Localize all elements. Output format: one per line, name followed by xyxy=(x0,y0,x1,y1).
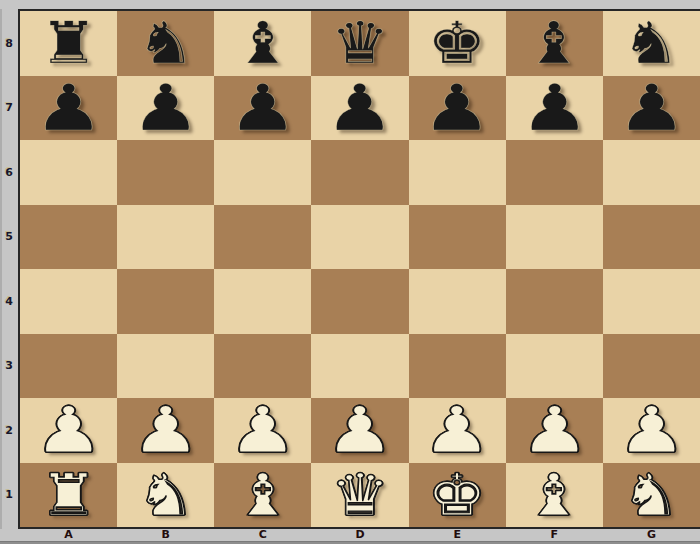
square-d2[interactable]: ♟ xyxy=(311,398,408,463)
piece-black-pawn[interactable]: ♟ xyxy=(34,76,104,141)
piece-black-queen[interactable]: ♛ xyxy=(330,11,389,76)
piece-black-pawn[interactable]: ♟ xyxy=(325,76,395,141)
rank-label-1: 1 xyxy=(0,463,18,528)
square-d8[interactable]: ♛ xyxy=(311,11,408,76)
piece-white-pawn[interactable]: ♟ xyxy=(616,398,686,463)
rank-label-2: 2 xyxy=(0,398,18,463)
piece-white-pawn[interactable]: ♟ xyxy=(422,398,492,463)
piece-white-knight[interactable]: ♞ xyxy=(136,463,195,528)
square-g4[interactable] xyxy=(603,269,700,334)
piece-black-pawn[interactable]: ♟ xyxy=(422,76,492,141)
square-c4[interactable] xyxy=(214,269,311,334)
piece-white-pawn[interactable]: ♟ xyxy=(519,398,589,463)
square-e5[interactable] xyxy=(409,205,506,270)
square-g7[interactable]: ♟ xyxy=(603,76,700,141)
square-b4[interactable] xyxy=(117,269,214,334)
square-f5[interactable] xyxy=(506,205,603,270)
square-a6[interactable] xyxy=(20,140,117,205)
square-c6[interactable] xyxy=(214,140,311,205)
square-f1[interactable]: ♝ xyxy=(506,463,603,528)
file-label-g: G xyxy=(603,529,700,541)
square-f8[interactable]: ♝ xyxy=(506,11,603,76)
square-a4[interactable] xyxy=(20,269,117,334)
piece-black-rook[interactable]: ♜ xyxy=(39,11,98,76)
chess-board: ♜♞♝♛♚♝♞♜♟♟♟♟♟♟♟♟♟♟♟♟♟♟♟♟♜♞♝♛♚♝♞♜ xyxy=(18,9,700,529)
piece-white-knight[interactable]: ♞ xyxy=(622,463,681,528)
square-e8[interactable]: ♚ xyxy=(409,11,506,76)
file-label-a: A xyxy=(20,529,117,541)
square-c2[interactable]: ♟ xyxy=(214,398,311,463)
rank-coordinates: 87654321 xyxy=(0,9,18,529)
chessboard-frame: 87654321 ♜♞♝♛♚♝♞♜♟♟♟♟♟♟♟♟♟♟♟♟♟♟♟♟♜♞♝♛♚♝♞… xyxy=(0,0,700,544)
piece-white-rook[interactable]: ♜ xyxy=(39,463,98,528)
square-c5[interactable] xyxy=(214,205,311,270)
square-b1[interactable]: ♞ xyxy=(117,463,214,528)
piece-black-knight[interactable]: ♞ xyxy=(136,11,195,76)
file-label-b: B xyxy=(117,529,214,541)
piece-black-pawn[interactable]: ♟ xyxy=(519,76,589,141)
rank-label-4: 4 xyxy=(0,269,18,334)
frame-top-strip xyxy=(0,0,700,9)
piece-white-pawn[interactable]: ♟ xyxy=(228,398,298,463)
piece-white-pawn[interactable]: ♟ xyxy=(131,398,201,463)
piece-black-pawn[interactable]: ♟ xyxy=(616,76,686,141)
square-c7[interactable]: ♟ xyxy=(214,76,311,141)
square-b6[interactable] xyxy=(117,140,214,205)
rank-label-3: 3 xyxy=(0,334,18,399)
square-g3[interactable] xyxy=(603,334,700,399)
file-coordinates: ABCDEFG xyxy=(0,529,700,541)
square-d3[interactable] xyxy=(311,334,408,399)
square-c8[interactable]: ♝ xyxy=(214,11,311,76)
square-g1[interactable]: ♞ xyxy=(603,463,700,528)
square-b7[interactable]: ♟ xyxy=(117,76,214,141)
square-f4[interactable] xyxy=(506,269,603,334)
square-g5[interactable] xyxy=(603,205,700,270)
square-e6[interactable] xyxy=(409,140,506,205)
rank-label-5: 5 xyxy=(0,205,18,270)
square-e2[interactable]: ♟ xyxy=(409,398,506,463)
piece-black-bishop[interactable]: ♝ xyxy=(525,11,584,76)
square-f3[interactable] xyxy=(506,334,603,399)
square-b5[interactable] xyxy=(117,205,214,270)
file-label-e: E xyxy=(409,529,506,541)
square-a5[interactable] xyxy=(20,205,117,270)
piece-black-pawn[interactable]: ♟ xyxy=(131,76,201,141)
square-b2[interactable]: ♟ xyxy=(117,398,214,463)
piece-white-bishop[interactable]: ♝ xyxy=(233,463,292,528)
board-row: 87654321 ♜♞♝♛♚♝♞♜♟♟♟♟♟♟♟♟♟♟♟♟♟♟♟♟♜♞♝♛♚♝♞… xyxy=(0,9,700,529)
piece-black-pawn[interactable]: ♟ xyxy=(228,76,298,141)
square-g8[interactable]: ♞ xyxy=(603,11,700,76)
piece-white-queen[interactable]: ♛ xyxy=(330,463,389,528)
square-f7[interactable]: ♟ xyxy=(506,76,603,141)
square-d4[interactable] xyxy=(311,269,408,334)
square-g6[interactable] xyxy=(603,140,700,205)
piece-white-pawn[interactable]: ♟ xyxy=(325,398,395,463)
rank-label-7: 7 xyxy=(0,76,18,141)
piece-black-bishop[interactable]: ♝ xyxy=(233,11,292,76)
square-e3[interactable] xyxy=(409,334,506,399)
board-grid: ♜♞♝♛♚♝♞♜♟♟♟♟♟♟♟♟♟♟♟♟♟♟♟♟♜♞♝♛♚♝♞♜ xyxy=(20,11,700,527)
square-a2[interactable]: ♟ xyxy=(20,398,117,463)
square-f2[interactable]: ♟ xyxy=(506,398,603,463)
square-a1[interactable]: ♜ xyxy=(20,463,117,528)
square-f6[interactable] xyxy=(506,140,603,205)
piece-white-pawn[interactable]: ♟ xyxy=(34,398,104,463)
square-e1[interactable]: ♚ xyxy=(409,463,506,528)
square-c3[interactable] xyxy=(214,334,311,399)
square-a7[interactable]: ♟ xyxy=(20,76,117,141)
square-d6[interactable] xyxy=(311,140,408,205)
square-g2[interactable]: ♟ xyxy=(603,398,700,463)
file-label-d: D xyxy=(311,529,408,541)
piece-black-king[interactable]: ♚ xyxy=(427,11,486,76)
square-d7[interactable]: ♟ xyxy=(311,76,408,141)
file-label-c: C xyxy=(214,529,311,541)
square-c1[interactable]: ♝ xyxy=(214,463,311,528)
square-a8[interactable]: ♜ xyxy=(20,11,117,76)
square-a3[interactable] xyxy=(20,334,117,399)
rank-label-8: 8 xyxy=(0,11,18,76)
rank-label-6: 6 xyxy=(0,140,18,205)
file-label-f: F xyxy=(506,529,603,541)
square-b8[interactable]: ♞ xyxy=(117,11,214,76)
square-b3[interactable] xyxy=(117,334,214,399)
piece-white-king[interactable]: ♚ xyxy=(427,463,486,528)
square-d1[interactable]: ♛ xyxy=(311,463,408,528)
square-e7[interactable]: ♟ xyxy=(409,76,506,141)
square-e4[interactable] xyxy=(409,269,506,334)
piece-white-bishop[interactable]: ♝ xyxy=(525,463,584,528)
square-d5[interactable] xyxy=(311,205,408,270)
piece-black-knight[interactable]: ♞ xyxy=(622,11,681,76)
